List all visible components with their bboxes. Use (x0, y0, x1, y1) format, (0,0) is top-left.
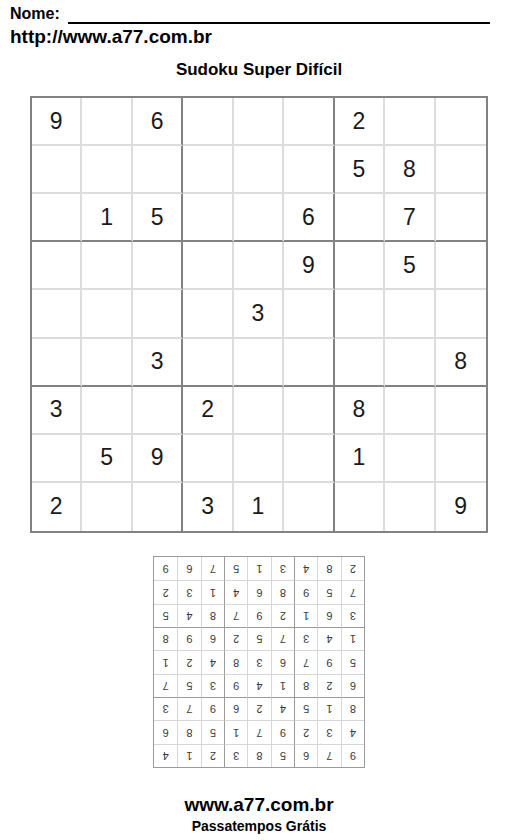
solution-cell-r8c3: 9 (294, 580, 317, 603)
solution-cell-r1c6: 3 (224, 744, 247, 767)
solution-cell-r5c9: 1 (154, 650, 177, 673)
solution-cell-r6c8: 9 (177, 627, 200, 650)
solution-cell-r4c6: 9 (224, 674, 247, 697)
solution-cell-r8c6: 4 (224, 580, 247, 603)
solution-cell-r9c3: 4 (294, 557, 317, 580)
solution-cell-r9c4: 3 (271, 557, 294, 580)
puzzle-cell-r1c8 (385, 98, 435, 146)
puzzle-cell-r5c2 (82, 290, 132, 338)
puzzle-cell-r5c8 (385, 290, 435, 338)
solution-cell-r1c7: 2 (201, 744, 224, 767)
solution-cell-r9c6: 5 (224, 557, 247, 580)
solution-cell-r3c8: 7 (177, 697, 200, 720)
solution-cell-r2c5: 7 (247, 720, 270, 743)
solution-cell-r5c1: 5 (341, 650, 364, 673)
worksheet-page: Nome: http://www.a77.com.br Sudoku Super… (0, 0, 518, 840)
solution-cell-r6c5: 5 (247, 627, 270, 650)
solution-cell-r3c4: 4 (271, 697, 294, 720)
puzzle-cell-r2c5 (234, 146, 284, 194)
solution-cell-r1c3: 6 (294, 744, 317, 767)
puzzle-cell-r4c4 (183, 242, 233, 290)
solution-cell-r2c8: 8 (177, 720, 200, 743)
solution-cell-r6c1: 1 (341, 627, 364, 650)
solution-cell-r3c3: 5 (294, 697, 317, 720)
solution-cell-r2c4: 9 (271, 720, 294, 743)
solution-cell-r4c4: 1 (271, 674, 294, 697)
solution-cell-r5c2: 9 (317, 650, 340, 673)
puzzle-cell-r7c9 (436, 387, 486, 435)
puzzle-cell-r3c2: 1 (82, 194, 132, 242)
puzzle-cell-r9c1: 2 (32, 483, 82, 531)
puzzle-cell-r3c3: 5 (133, 194, 183, 242)
solution-cell-r4c3: 8 (294, 674, 317, 697)
puzzle-cell-r7c3 (133, 387, 183, 435)
footer-site: www.a77.com.br (0, 794, 518, 816)
puzzle-cell-r1c9 (436, 98, 486, 146)
puzzle-cell-r8c3: 9 (133, 435, 183, 483)
sudoku-puzzle-grid: 962581567953383285912319 (30, 96, 488, 533)
name-write-line (68, 6, 490, 24)
solution-cell-r7c8: 4 (177, 604, 200, 627)
puzzle-cell-r6c3: 3 (133, 339, 183, 387)
solution-cell-r9c9: 9 (154, 557, 177, 580)
solution-cell-r2c7: 5 (201, 720, 224, 743)
solution-cell-r3c1: 8 (341, 697, 364, 720)
puzzle-cell-r9c2 (82, 483, 132, 531)
puzzle-cell-r2c9 (436, 146, 486, 194)
solution-cell-r2c9: 6 (154, 720, 177, 743)
puzzle-cell-r5c1 (32, 290, 82, 338)
solution-cell-r5c8: 2 (177, 650, 200, 673)
puzzle-cell-r2c7: 5 (335, 146, 385, 194)
solution-cell-r4c1: 6 (341, 674, 364, 697)
solution-cell-r9c1: 2 (341, 557, 364, 580)
solution-cell-r5c7: 4 (201, 650, 224, 673)
puzzle-cell-r5c6 (284, 290, 334, 338)
puzzle-cell-r8c1 (32, 435, 82, 483)
solution-cell-r3c9: 3 (154, 697, 177, 720)
puzzle-cell-r7c4: 2 (183, 387, 233, 435)
puzzle-cell-r7c8 (385, 387, 435, 435)
solution-cell-r7c1: 3 (341, 604, 364, 627)
solution-cell-r6c2: 4 (317, 627, 340, 650)
solution-cell-r5c4: 6 (271, 650, 294, 673)
puzzle-cell-r6c8 (385, 339, 435, 387)
solution-cell-r3c7: 9 (201, 697, 224, 720)
solution-cell-r6c3: 3 (294, 627, 317, 650)
puzzle-cell-r5c4 (183, 290, 233, 338)
footer-tagline: Passatempos Grátis (0, 817, 518, 835)
solution-cell-r8c5: 6 (247, 580, 270, 603)
puzzle-cell-r5c5: 3 (234, 290, 284, 338)
puzzle-cell-r7c7: 8 (335, 387, 385, 435)
puzzle-cell-r9c5: 1 (234, 483, 284, 531)
puzzle-cell-r1c3: 6 (133, 98, 183, 146)
puzzle-cell-r4c6: 9 (284, 242, 334, 290)
puzzle-cell-r3c9 (436, 194, 486, 242)
puzzle-cell-r7c6 (284, 387, 334, 435)
solution-cell-r7c9: 5 (154, 604, 177, 627)
solution-cell-r2c6: 1 (224, 720, 247, 743)
solution-cell-r4c9: 7 (154, 674, 177, 697)
solution-cell-r1c2: 7 (317, 744, 340, 767)
puzzle-cell-r4c9 (436, 242, 486, 290)
solution-cell-r6c9: 8 (154, 627, 177, 650)
puzzle-cell-r1c6 (284, 98, 334, 146)
puzzle-cell-r6c1 (32, 339, 82, 387)
solution-cell-r2c2: 3 (317, 720, 340, 743)
solution-cell-r1c8: 1 (177, 744, 200, 767)
solution-cell-r8c7: 1 (201, 580, 224, 603)
solution-cell-r4c2: 2 (317, 674, 340, 697)
puzzle-cell-r8c4 (183, 435, 233, 483)
name-label: Nome: (10, 4, 60, 24)
puzzle-cell-r4c3 (133, 242, 183, 290)
solution-cell-r8c8: 3 (177, 580, 200, 603)
puzzle-cell-r4c7 (335, 242, 385, 290)
solution-cell-r7c6: 7 (224, 604, 247, 627)
puzzle-cell-r1c4 (183, 98, 233, 146)
puzzle-cell-r8c9 (436, 435, 486, 483)
site-url: http://www.a77.com.br (10, 26, 212, 48)
solution-cell-r3c2: 1 (317, 697, 340, 720)
puzzle-cell-r9c6 (284, 483, 334, 531)
puzzle-cell-r1c2 (82, 98, 132, 146)
puzzle-cell-r4c2 (82, 242, 132, 290)
solution-cell-r4c7: 3 (201, 674, 224, 697)
solution-cell-r6c4: 7 (271, 627, 294, 650)
puzzle-cell-r8c7: 1 (335, 435, 385, 483)
puzzle-cell-r1c1: 9 (32, 98, 82, 146)
solution-cell-r9c7: 7 (201, 557, 224, 580)
puzzle-cell-r8c5 (234, 435, 284, 483)
footer: www.a77.com.br Passatempos Grátis (0, 794, 518, 835)
puzzle-cell-r9c7 (335, 483, 385, 531)
solution-cell-r4c5: 4 (247, 674, 270, 697)
puzzle-title: Sudoku Super Difícil (0, 60, 518, 80)
solution-cell-r8c9: 2 (154, 580, 177, 603)
puzzle-cell-r3c1 (32, 194, 82, 242)
puzzle-cell-r6c2 (82, 339, 132, 387)
solution-cell-r1c1: 9 (341, 744, 364, 767)
puzzle-cell-r2c8: 8 (385, 146, 435, 194)
puzzle-cell-r3c6: 6 (284, 194, 334, 242)
solution-cell-r5c5: 3 (247, 650, 270, 673)
solution-cell-r2c1: 4 (341, 720, 364, 743)
puzzle-cell-r6c6 (284, 339, 334, 387)
puzzle-cell-r2c4 (183, 146, 233, 194)
puzzle-cell-r8c6 (284, 435, 334, 483)
solution-cell-r7c5: 9 (247, 604, 270, 627)
solution-cell-r8c2: 5 (317, 580, 340, 603)
solution-cell-r5c6: 8 (224, 650, 247, 673)
solution-cell-r7c4: 2 (271, 604, 294, 627)
puzzle-cell-r2c3 (133, 146, 183, 194)
solution-cell-r9c5: 1 (247, 557, 270, 580)
puzzle-cell-r3c5 (234, 194, 284, 242)
puzzle-cell-r5c9 (436, 290, 486, 338)
solution-cell-r2c3: 2 (294, 720, 317, 743)
puzzle-cell-r3c7 (335, 194, 385, 242)
puzzle-cell-r1c5 (234, 98, 284, 146)
puzzle-cell-r7c2 (82, 387, 132, 435)
solution-cell-r7c3: 1 (294, 604, 317, 627)
solution-cell-r3c6: 6 (224, 697, 247, 720)
puzzle-cell-r5c3 (133, 290, 183, 338)
solution-cell-r7c2: 6 (317, 604, 340, 627)
name-row: Nome: (10, 4, 490, 24)
solution-cell-r1c4: 5 (271, 744, 294, 767)
puzzle-cell-r8c8 (385, 435, 435, 483)
solution-cell-r9c2: 8 (317, 557, 340, 580)
solution-cell-r9c8: 6 (177, 557, 200, 580)
solution-cell-r5c3: 7 (294, 650, 317, 673)
solution-cell-r4c8: 5 (177, 674, 200, 697)
puzzle-cell-r2c2 (82, 146, 132, 194)
solution-cell-r8c4: 8 (271, 580, 294, 603)
puzzle-cell-r9c9: 9 (436, 483, 486, 531)
puzzle-cell-r4c1 (32, 242, 82, 290)
puzzle-cell-r6c4 (183, 339, 233, 387)
puzzle-cell-r4c5 (234, 242, 284, 290)
puzzle-cell-r6c9: 8 (436, 339, 486, 387)
puzzle-cell-r3c8: 7 (385, 194, 435, 242)
puzzle-cell-r4c8: 5 (385, 242, 435, 290)
solution-cell-r1c9: 4 (154, 744, 177, 767)
puzzle-cell-r3c4 (183, 194, 233, 242)
puzzle-cell-r7c5 (234, 387, 284, 435)
puzzle-cell-r8c2: 5 (82, 435, 132, 483)
solution-cell-r3c5: 2 (247, 697, 270, 720)
puzzle-cell-r9c4: 3 (183, 483, 233, 531)
solution-cell-r1c5: 8 (247, 744, 270, 767)
puzzle-cell-r2c6 (284, 146, 334, 194)
puzzle-cell-r9c3 (133, 483, 183, 531)
puzzle-cell-r5c7 (335, 290, 385, 338)
puzzle-cell-r6c5 (234, 339, 284, 387)
puzzle-cell-r7c1: 3 (32, 387, 82, 435)
solution-cell-r8c1: 7 (341, 580, 364, 603)
solution-cell-r6c7: 6 (201, 627, 224, 650)
solution-cell-r7c7: 8 (201, 604, 224, 627)
solution-cell-r6c6: 2 (224, 627, 247, 650)
puzzle-cell-r1c7: 2 (335, 98, 385, 146)
puzzle-cell-r2c1 (32, 146, 82, 194)
puzzle-cell-r6c7 (335, 339, 385, 387)
sudoku-solution-grid-rotated: 9765832144329715868154269736281493575976… (153, 556, 365, 768)
puzzle-cell-r9c8 (385, 483, 435, 531)
